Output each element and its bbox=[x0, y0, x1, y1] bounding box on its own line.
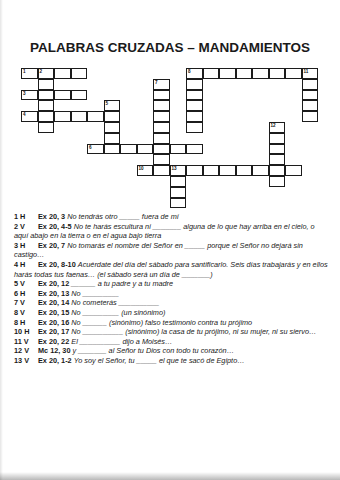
clue-number: 8 H bbox=[14, 318, 38, 328]
grid-cell[interactable] bbox=[302, 111, 319, 122]
clue-number: 5 V bbox=[14, 279, 38, 289]
clue-reference: Ex 20, 16 bbox=[38, 318, 71, 327]
grid-cell[interactable] bbox=[71, 90, 88, 101]
grid-cell[interactable] bbox=[153, 122, 170, 133]
clue-text: No cometerás __________ bbox=[71, 298, 159, 307]
grid-cell[interactable]: 7 bbox=[153, 79, 170, 90]
clue-reference: Ex 20, 15 bbox=[38, 308, 71, 317]
grid-cell[interactable] bbox=[38, 79, 55, 90]
cell-number: 2 bbox=[40, 69, 43, 74]
grid-cell[interactable] bbox=[170, 187, 187, 198]
clue-number: 3 H bbox=[14, 241, 38, 251]
grid-cell[interactable] bbox=[153, 100, 170, 111]
grid-cell[interactable] bbox=[285, 165, 302, 176]
grid-cell[interactable] bbox=[203, 68, 220, 79]
grid-cell[interactable] bbox=[186, 90, 203, 101]
clue-number: 4 H bbox=[14, 260, 38, 270]
clue-text: y _______ al Señor tu Dios con todo tu c… bbox=[72, 346, 233, 355]
grid-cell[interactable]: 13 bbox=[170, 165, 187, 176]
grid-cell[interactable] bbox=[285, 68, 302, 79]
grid-cell[interactable] bbox=[71, 68, 88, 79]
grid-cell[interactable]: 1 bbox=[21, 68, 38, 79]
clue-number: 10 H bbox=[14, 327, 38, 337]
grid-cell[interactable] bbox=[186, 100, 203, 111]
clue-number: 7 V bbox=[14, 298, 38, 308]
clue-list: 1 HEx 20, 3 No tendrás otro _____ fuera … bbox=[14, 212, 330, 366]
clue: 5 VEx 20, 12 ______ a tu padre y a tu ma… bbox=[14, 279, 330, 289]
grid-cell[interactable] bbox=[302, 90, 319, 101]
clue-reference: Ex 20, 12 bbox=[38, 279, 71, 288]
grid-cell[interactable] bbox=[153, 144, 170, 155]
grid-cell[interactable]: 6 bbox=[87, 144, 104, 155]
clue: 10 HEx 20, 17 No __________ (sinónimo) l… bbox=[14, 327, 330, 337]
clue: 7 VEx 20, 14 No cometerás __________ bbox=[14, 298, 330, 308]
cell-number: 5 bbox=[106, 101, 109, 106]
grid-cell[interactable] bbox=[186, 144, 203, 155]
grid-cell[interactable] bbox=[71, 111, 88, 122]
crossword-grid: 1281173541261013 bbox=[21, 68, 318, 208]
grid-cell[interactable] bbox=[54, 68, 71, 79]
clue-text: No tendrás otro _____ fuera de mí bbox=[67, 212, 179, 221]
grid-cell[interactable] bbox=[153, 111, 170, 122]
grid-cell[interactable] bbox=[120, 144, 137, 155]
cell-number: 1 bbox=[23, 69, 26, 74]
grid-cell[interactable] bbox=[153, 165, 170, 176]
grid-cell[interactable] bbox=[104, 133, 121, 144]
clue-number: 12 V bbox=[14, 346, 38, 356]
grid-cell[interactable]: 12 bbox=[269, 122, 286, 133]
grid-cell[interactable] bbox=[302, 100, 319, 111]
clue-number: 11 V bbox=[14, 337, 38, 347]
worksheet-page: PALABRAS CRUZADAS – MANDAMIENTOS 1281173… bbox=[0, 0, 340, 480]
clue: 12 VMc 12, 30 y _______ al Señor tu Dios… bbox=[14, 346, 330, 356]
grid-cell[interactable] bbox=[186, 79, 203, 90]
clue-text: No ______ (sinónimo) falso testimonio co… bbox=[71, 318, 252, 327]
cell-number: 7 bbox=[155, 80, 158, 85]
grid-cell[interactable] bbox=[170, 144, 187, 155]
grid-cell[interactable]: 4 bbox=[21, 111, 38, 122]
clue-reference: Ex 20, 13 bbox=[38, 289, 71, 298]
clue: 11 VEx 20, 22 El __________ dijo a Moisé… bbox=[14, 337, 330, 347]
grid-cell[interactable] bbox=[104, 144, 121, 155]
clue: 13 VEx 20, 1-2 Yo soy el Señor, tu _____… bbox=[14, 356, 330, 366]
grid-cell[interactable] bbox=[153, 154, 170, 165]
grid-cell[interactable] bbox=[38, 100, 55, 111]
grid-cell[interactable] bbox=[153, 133, 170, 144]
grid-cell[interactable] bbox=[54, 111, 71, 122]
grid-cell[interactable] bbox=[153, 90, 170, 101]
clue-text: No _________ (un sinónimo) bbox=[71, 308, 165, 317]
clue: 8 HEx 20, 16 No ______ (sinónimo) falso … bbox=[14, 318, 330, 328]
grid-cell[interactable] bbox=[252, 68, 269, 79]
cell-number: 12 bbox=[271, 123, 276, 128]
grid-cell[interactable] bbox=[219, 165, 236, 176]
clue: 3 HEx 20, 7 No tomarás el nombre del Señ… bbox=[14, 241, 330, 260]
clue-text: ______ a tu padre y a tu madre bbox=[71, 279, 173, 288]
grid-cell[interactable] bbox=[269, 144, 286, 155]
grid-cell[interactable]: 3 bbox=[21, 90, 38, 101]
cell-number: 10 bbox=[139, 166, 144, 171]
clue-text: Yo soy el Señor, tu _____ el que te sacó… bbox=[74, 356, 245, 365]
grid-cell[interactable] bbox=[170, 198, 187, 209]
grid-cell[interactable] bbox=[269, 68, 286, 79]
scan-shadow-left bbox=[0, 0, 3, 480]
grid-cell[interactable]: 5 bbox=[104, 100, 121, 111]
clue-number: 6 H bbox=[14, 289, 38, 299]
clue-reference: Mc 12, 30 bbox=[38, 346, 72, 355]
grid-cell[interactable] bbox=[104, 122, 121, 133]
clue-number: 8 V bbox=[14, 308, 38, 318]
grid-cell[interactable] bbox=[186, 122, 203, 133]
cell-number: 3 bbox=[23, 91, 26, 96]
grid-cell[interactable] bbox=[170, 176, 187, 187]
grid-cell[interactable] bbox=[186, 165, 203, 176]
cell-number: 6 bbox=[89, 145, 92, 150]
grid-cell[interactable] bbox=[219, 68, 236, 79]
grid-cell[interactable] bbox=[87, 111, 104, 122]
grid-cell[interactable] bbox=[38, 90, 55, 101]
clue-reference: Ex 20, 8-10 bbox=[38, 260, 78, 269]
page-title: PALABRAS CRUZADAS – MANDAMIENTOS bbox=[0, 40, 340, 55]
clue: 1 HEx 20, 3 No tendrás otro _____ fuera … bbox=[14, 212, 330, 222]
grid-cell[interactable] bbox=[269, 165, 286, 176]
clue: 2 VEx 20, 4-5 No te harás escultura ni _… bbox=[14, 222, 330, 241]
grid-cell[interactable] bbox=[236, 165, 253, 176]
grid-cell[interactable]: 2 bbox=[38, 68, 55, 79]
clue-number: 13 V bbox=[14, 356, 38, 366]
scan-shadow-bottom bbox=[0, 472, 340, 480]
clue-number: 1 H bbox=[14, 212, 38, 222]
clue: 6 HEx 20, 13 No _________ bbox=[14, 289, 330, 299]
clue-reference: Ex 20, 4-5 bbox=[38, 222, 74, 231]
cell-number: 4 bbox=[23, 112, 26, 117]
clue: 4 HEx 20, 8-10 Acuérdate del día del sáb… bbox=[14, 260, 330, 279]
clue-reference: Ex 20, 3 bbox=[38, 212, 67, 221]
grid-cell[interactable] bbox=[203, 165, 220, 176]
grid-cell[interactable] bbox=[269, 154, 286, 165]
clue-reference: Ex 20, 17 bbox=[38, 327, 71, 336]
grid-cell[interactable] bbox=[54, 90, 71, 101]
grid-cell[interactable]: 10 bbox=[137, 165, 154, 176]
grid-cell[interactable] bbox=[302, 79, 319, 90]
grid-cell[interactable] bbox=[186, 111, 203, 122]
clue-reference: Ex 20, 14 bbox=[38, 298, 71, 307]
cell-number: 8 bbox=[188, 69, 191, 74]
grid-cell[interactable] bbox=[104, 111, 121, 122]
clue: 8 VEx 20, 15 No _________ (un sinónimo) bbox=[14, 308, 330, 318]
cell-number: 11 bbox=[304, 69, 309, 74]
clue-text: El __________ dijo a Moisés… bbox=[71, 337, 172, 346]
clue-reference: Ex 20, 1-2 bbox=[38, 356, 74, 365]
grid-cell[interactable] bbox=[137, 144, 154, 155]
cell-number: 13 bbox=[172, 166, 177, 171]
grid-cell[interactable] bbox=[269, 133, 286, 144]
clue-text: No _________ bbox=[71, 289, 119, 298]
grid-cell[interactable] bbox=[38, 111, 55, 122]
grid-cell[interactable] bbox=[236, 68, 253, 79]
grid-cell[interactable] bbox=[269, 176, 286, 187]
grid-cell[interactable]: 11 bbox=[302, 68, 319, 79]
clue-text: No __________ (sinónimo) la casa de tu p… bbox=[71, 327, 316, 336]
clue-reference: Ex 20, 22 bbox=[38, 337, 71, 346]
clue-reference: Ex 20, 7 bbox=[38, 241, 67, 250]
grid-cell[interactable] bbox=[252, 165, 269, 176]
grid-cell[interactable]: 8 bbox=[186, 68, 203, 79]
clue-number: 2 V bbox=[14, 222, 38, 232]
grid-cell[interactable] bbox=[38, 122, 55, 133]
